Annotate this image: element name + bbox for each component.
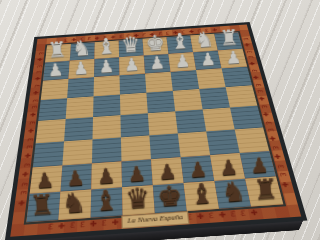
piece-silver-pawn[interactable]: ♟ xyxy=(144,54,171,73)
square[interactable]: ♟ xyxy=(68,59,94,79)
square[interactable] xyxy=(62,139,92,165)
board-grid: ♜♞♝♛♚♝♞♜♟♟♟♟♟♟♟♟♟♟♟♟♟♟♟♟♜♞♝♛♚♝♞♜ xyxy=(26,32,283,222)
square[interactable]: ♟ xyxy=(218,49,247,68)
piece-bronze-queen[interactable]: ♛ xyxy=(121,184,155,213)
square[interactable] xyxy=(175,109,206,133)
piece-bronze-king[interactable]: ♚ xyxy=(153,182,187,211)
square[interactable]: ♝ xyxy=(184,181,219,211)
square[interactable] xyxy=(121,135,151,161)
square[interactable] xyxy=(235,127,270,153)
piece-silver-rook[interactable]: ♜ xyxy=(44,39,70,62)
square[interactable]: ♟ xyxy=(94,57,120,77)
square[interactable] xyxy=(171,70,200,91)
piece-silver-pawn[interactable]: ♟ xyxy=(42,61,69,80)
square[interactable] xyxy=(66,96,94,119)
square[interactable] xyxy=(38,98,67,121)
piece-bronze-bishop[interactable]: ♝ xyxy=(89,186,123,215)
piece-silver-bishop[interactable]: ♝ xyxy=(93,35,119,58)
square[interactable]: ♞ xyxy=(214,179,251,209)
square[interactable] xyxy=(120,74,147,95)
square[interactable] xyxy=(67,77,94,98)
square[interactable] xyxy=(94,75,120,96)
square[interactable] xyxy=(196,68,226,89)
square[interactable] xyxy=(36,119,66,143)
square[interactable] xyxy=(41,79,69,100)
square[interactable] xyxy=(145,72,173,93)
piece-bronze-rook[interactable]: ♜ xyxy=(25,191,59,220)
piece-bronze-knight[interactable]: ♞ xyxy=(217,177,251,206)
square[interactable]: ♛ xyxy=(122,185,155,215)
square[interactable]: ♞ xyxy=(58,190,91,221)
square[interactable]: ♟ xyxy=(193,50,221,70)
piece-silver-knight[interactable]: ♞ xyxy=(69,37,95,60)
square[interactable] xyxy=(146,91,175,113)
square[interactable] xyxy=(33,141,64,167)
piece-silver-king[interactable]: ♚ xyxy=(142,32,168,55)
square[interactable] xyxy=(120,113,149,137)
square[interactable]: ♚ xyxy=(153,183,187,213)
square[interactable]: ♟ xyxy=(144,54,171,74)
board-border-frame: Ɛ✚ƐƐ✚Ɛ✚ƐƐ✚Ɛ✚ƐƐ✚Ɛ✚ƐƐ✚ Ɛ✚ƐƐ✚Ɛ✚ƐƐ✚Ɛ✚ƐƐ✚Ɛ✚ƐƐ… xyxy=(10,24,301,236)
chess-set-photo: Ɛ✚ƐƐ✚Ɛ✚ƐƐ✚Ɛ✚ƐƐ✚Ɛ✚ƐƐ✚ Ɛ✚ƐƐ✚Ɛ✚ƐƐ✚Ɛ✚ƐƐ✚Ɛ✚ƐƐ… xyxy=(0,0,320,240)
square[interactable]: ♟ xyxy=(168,52,196,72)
square[interactable] xyxy=(173,89,203,111)
board-perspective-wrapper: Ɛ✚ƐƐ✚Ɛ✚ƐƐ✚Ɛ✚ƐƐ✚Ɛ✚ƐƐ✚ Ɛ✚ƐƐ✚Ɛ✚ƐƐ✚Ɛ✚ƐƐ✚Ɛ✚ƐƐ… xyxy=(5,22,308,240)
square[interactable] xyxy=(230,106,263,130)
square[interactable]: ♟ xyxy=(119,56,145,76)
square[interactable] xyxy=(178,131,210,157)
piece-bronze-bishop[interactable]: ♝ xyxy=(185,180,219,209)
piece-bronze-knight[interactable]: ♞ xyxy=(57,189,91,218)
board-tilt-wrapper: Ɛ✚ƐƐ✚Ɛ✚ƐƐ✚Ɛ✚ƐƐ✚Ɛ✚ƐƐ✚ Ɛ✚ƐƐ✚Ɛ✚ƐƐ✚Ɛ✚ƐƐ✚Ɛ✚ƐƐ… xyxy=(16,0,281,240)
square[interactable]: ♜ xyxy=(245,177,283,207)
square[interactable]: ♝ xyxy=(91,187,123,217)
chess-board: Ɛ✚ƐƐ✚Ɛ✚ƐƐ✚Ɛ✚ƐƐ✚Ɛ✚ƐƐ✚ Ɛ✚ƐƐ✚Ɛ✚ƐƐ✚Ɛ✚ƐƐ✚Ɛ✚ƐƐ… xyxy=(5,22,308,240)
square[interactable] xyxy=(206,129,239,155)
piece-silver-pawn[interactable]: ♟ xyxy=(195,50,222,69)
piece-silver-pawn[interactable]: ♟ xyxy=(118,55,145,74)
square[interactable] xyxy=(92,137,122,163)
square[interactable] xyxy=(226,85,258,107)
piece-silver-pawn[interactable]: ♟ xyxy=(220,48,247,67)
piece-silver-pawn[interactable]: ♟ xyxy=(68,59,95,78)
square[interactable] xyxy=(64,117,93,141)
piece-silver-pawn[interactable]: ♟ xyxy=(93,57,120,76)
piece-silver-queen[interactable]: ♛ xyxy=(118,34,144,57)
square[interactable] xyxy=(148,111,178,135)
square[interactable] xyxy=(222,66,252,87)
square[interactable] xyxy=(93,95,120,118)
square[interactable] xyxy=(203,108,235,132)
piece-bronze-rook[interactable]: ♜ xyxy=(249,175,283,204)
square[interactable]: ♟ xyxy=(43,61,70,81)
piece-silver-pawn[interactable]: ♟ xyxy=(169,52,196,71)
square[interactable] xyxy=(149,133,180,159)
square[interactable] xyxy=(120,93,148,115)
square[interactable] xyxy=(92,115,120,139)
square[interactable]: ♜ xyxy=(26,192,60,223)
